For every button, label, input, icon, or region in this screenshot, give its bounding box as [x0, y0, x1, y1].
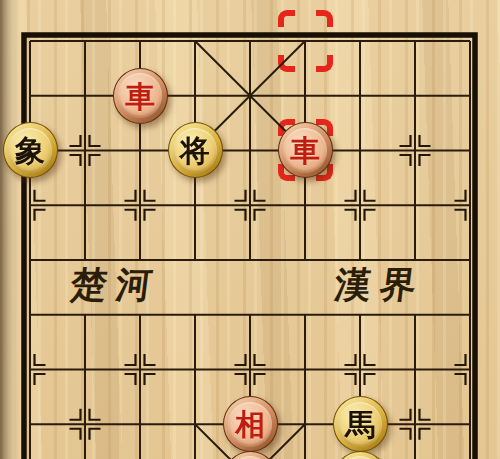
piece-face: 車	[118, 73, 162, 118]
piece-face: 相	[228, 402, 272, 447]
piece-black-horse[interactable]: 馬	[333, 396, 388, 452]
piece-glyph: 車	[290, 136, 320, 166]
piece-glyph: 象	[15, 136, 45, 166]
piece-glyph: 相	[235, 410, 265, 440]
piece-glyph: 馬	[345, 410, 375, 440]
piece-red-elephant[interactable]: 相	[223, 396, 278, 452]
piece-black-general[interactable]: 将	[168, 122, 223, 178]
cell-black-general: 将	[168, 123, 223, 178]
cell-red-piece-partial	[223, 452, 278, 459]
piece-red-chariot-2[interactable]: 車	[278, 122, 333, 178]
piece-glyph: 将	[180, 136, 210, 166]
cell-black-piece-partial	[333, 452, 388, 459]
xiangqi-board: 楚河 漢界 車象将車相馬	[0, 0, 500, 459]
cell-red-chariot-1: 車	[113, 68, 168, 123]
piece-face: 将	[173, 128, 217, 173]
piece-black-elephant[interactable]: 象	[3, 122, 58, 178]
piece-face: 馬	[338, 402, 382, 447]
piece-black-piece-partial[interactable]	[333, 451, 388, 459]
piece-face: 象	[8, 128, 52, 173]
cell-red-elephant: 相	[223, 397, 278, 452]
piece-face: 車	[283, 128, 327, 173]
cell-black-elephant: 象	[3, 123, 58, 178]
cell-black-horse: 馬	[333, 397, 388, 452]
cell-red-chariot-2: 車	[278, 123, 333, 178]
piece-red-chariot-1[interactable]: 車	[113, 68, 168, 124]
piece-glyph: 車	[125, 82, 155, 112]
piece-layer: 車象将車相馬	[3, 14, 498, 459]
piece-red-piece-partial[interactable]	[223, 451, 278, 459]
